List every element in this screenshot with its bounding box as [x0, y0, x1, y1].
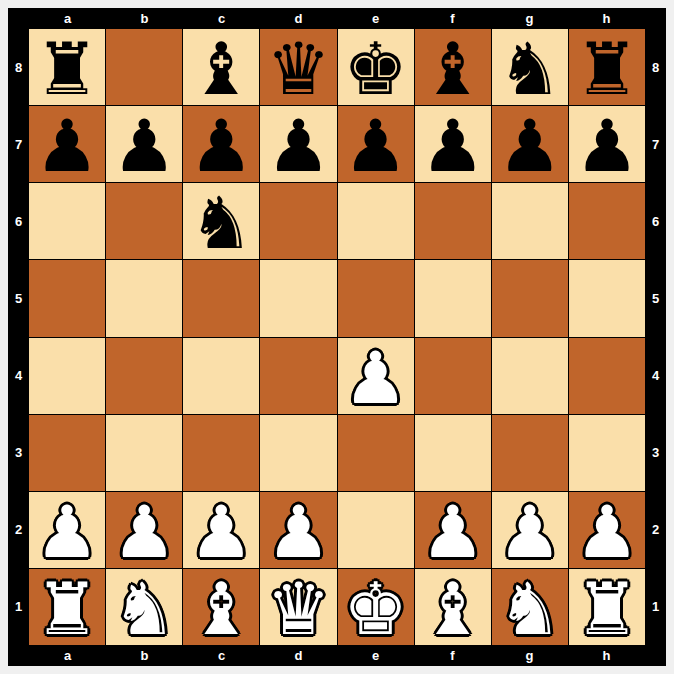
file-label-h-bottom: h	[568, 645, 645, 666]
black-king-e8[interactable]: ♚	[343, 33, 408, 105]
square-a1[interactable]: ♜	[29, 569, 105, 645]
rank-label-4-left: 4	[8, 337, 29, 414]
black-pawn-c7[interactable]: ♟	[189, 110, 254, 182]
square-b3[interactable]	[106, 415, 182, 491]
white-pawn-f2[interactable]: ♟	[420, 496, 485, 568]
square-f8[interactable]: ♝	[415, 29, 491, 105]
square-d3[interactable]	[260, 415, 336, 491]
white-rook-h1[interactable]: ♜	[575, 573, 640, 645]
square-f4[interactable]	[415, 338, 491, 414]
black-rook-h8[interactable]: ♜	[575, 33, 640, 105]
square-f3[interactable]	[415, 415, 491, 491]
square-c7[interactable]: ♟	[183, 106, 259, 182]
square-d5[interactable]	[260, 260, 336, 336]
white-knight-g1[interactable]: ♞	[498, 573, 563, 645]
square-h6[interactable]	[569, 183, 645, 259]
chess-board-frame: abcdefgh 87654321 ♜♝♛♚♝♞♜♟♟♟♟♟♟♟♟♞♟♟♟♟♟♟…	[8, 8, 666, 666]
frame-corner-bottom-left	[8, 645, 29, 666]
file-label-b-bottom: b	[106, 645, 183, 666]
white-pawn-h2[interactable]: ♟	[575, 496, 640, 568]
file-label-d-top: d	[260, 8, 337, 29]
frame-corner-top-left	[8, 8, 29, 29]
square-e8[interactable]: ♚	[338, 29, 414, 105]
file-label-c-bottom: c	[183, 645, 260, 666]
square-e3[interactable]	[338, 415, 414, 491]
square-f7[interactable]: ♟	[415, 106, 491, 182]
square-b7[interactable]: ♟	[106, 106, 182, 182]
file-label-f-top: f	[414, 8, 491, 29]
square-f6[interactable]	[415, 183, 491, 259]
file-labels-bottom: abcdefgh	[29, 645, 645, 666]
black-pawn-f7[interactable]: ♟	[420, 110, 485, 182]
square-h5[interactable]	[569, 260, 645, 336]
square-h8[interactable]: ♜	[569, 29, 645, 105]
black-pawn-a7[interactable]: ♟	[35, 110, 100, 182]
white-bishop-f1[interactable]: ♝	[420, 573, 485, 645]
frame-corner-bottom-right	[645, 645, 666, 666]
square-c8[interactable]: ♝	[183, 29, 259, 105]
rank-label-6-left: 6	[8, 183, 29, 260]
file-label-f-bottom: f	[414, 645, 491, 666]
rank-label-5-left: 5	[8, 260, 29, 337]
square-d4[interactable]	[260, 338, 336, 414]
black-knight-g8[interactable]: ♞	[498, 33, 563, 105]
square-g5[interactable]	[492, 260, 568, 336]
rank-label-4-right: 4	[645, 337, 666, 414]
file-label-b-top: b	[106, 8, 183, 29]
white-pawn-b2[interactable]: ♟	[112, 496, 177, 568]
square-a6[interactable]	[29, 183, 105, 259]
rank-label-7-left: 7	[8, 106, 29, 183]
black-pawn-g7[interactable]: ♟	[498, 110, 563, 182]
black-knight-c6[interactable]: ♞	[189, 187, 254, 259]
square-e7[interactable]: ♟	[338, 106, 414, 182]
white-pawn-d2[interactable]: ♟	[266, 496, 331, 568]
square-g4[interactable]	[492, 338, 568, 414]
square-e1[interactable]: ♚	[338, 569, 414, 645]
square-g7[interactable]: ♟	[492, 106, 568, 182]
rank-label-7-right: 7	[645, 106, 666, 183]
white-pawn-c2[interactable]: ♟	[189, 496, 254, 568]
square-b4[interactable]	[106, 338, 182, 414]
file-label-a-top: a	[29, 8, 106, 29]
square-a5[interactable]	[29, 260, 105, 336]
square-b5[interactable]	[106, 260, 182, 336]
square-d1[interactable]: ♛	[260, 569, 336, 645]
white-pawn-a2[interactable]: ♟	[35, 496, 100, 568]
rank-labels-right: 87654321	[645, 29, 666, 645]
square-b6[interactable]	[106, 183, 182, 259]
square-g2[interactable]: ♟	[492, 492, 568, 568]
rank-labels-left: 87654321	[8, 29, 29, 645]
square-a2[interactable]: ♟	[29, 492, 105, 568]
square-b2[interactable]: ♟	[106, 492, 182, 568]
square-c4[interactable]	[183, 338, 259, 414]
square-h2[interactable]: ♟	[569, 492, 645, 568]
square-d2[interactable]: ♟	[260, 492, 336, 568]
white-knight-b1[interactable]: ♞	[112, 573, 177, 645]
black-pawn-h7[interactable]: ♟	[575, 110, 640, 182]
rank-label-3-left: 3	[8, 414, 29, 491]
square-a8[interactable]: ♜	[29, 29, 105, 105]
square-g3[interactable]	[492, 415, 568, 491]
file-label-g-top: g	[491, 8, 568, 29]
black-queen-d8[interactable]: ♛	[266, 33, 331, 105]
file-label-c-top: c	[183, 8, 260, 29]
square-h1[interactable]: ♜	[569, 569, 645, 645]
black-pawn-e7[interactable]: ♟	[343, 110, 408, 182]
square-a7[interactable]: ♟	[29, 106, 105, 182]
square-c6[interactable]: ♞	[183, 183, 259, 259]
file-labels-top: abcdefgh	[29, 8, 645, 29]
black-rook-a8[interactable]: ♜	[35, 33, 100, 105]
square-e6[interactable]	[338, 183, 414, 259]
rank-label-3-right: 3	[645, 414, 666, 491]
square-f5[interactable]	[415, 260, 491, 336]
rank-label-5-right: 5	[645, 260, 666, 337]
square-g8[interactable]: ♞	[492, 29, 568, 105]
square-a4[interactable]	[29, 338, 105, 414]
rank-label-8-left: 8	[8, 29, 29, 106]
file-label-d-bottom: d	[260, 645, 337, 666]
white-queen-d1[interactable]: ♛	[266, 573, 331, 645]
white-pawn-g2[interactable]: ♟	[498, 496, 563, 568]
square-c3[interactable]	[183, 415, 259, 491]
rank-label-1-right: 1	[645, 568, 666, 645]
square-e4[interactable]: ♟	[338, 338, 414, 414]
white-rook-a1[interactable]: ♜	[35, 573, 100, 645]
square-h7[interactable]: ♟	[569, 106, 645, 182]
file-label-h-top: h	[568, 8, 645, 29]
square-a3[interactable]	[29, 415, 105, 491]
square-c2[interactable]: ♟	[183, 492, 259, 568]
rank-label-2-left: 2	[8, 491, 29, 568]
square-e5[interactable]	[338, 260, 414, 336]
file-label-a-bottom: a	[29, 645, 106, 666]
file-label-e-top: e	[337, 8, 414, 29]
square-f2[interactable]: ♟	[415, 492, 491, 568]
frame-corner-top-right	[645, 8, 666, 29]
rank-label-6-right: 6	[645, 183, 666, 260]
square-b1[interactable]: ♞	[106, 569, 182, 645]
square-f1[interactable]: ♝	[415, 569, 491, 645]
file-label-g-bottom: g	[491, 645, 568, 666]
square-h4[interactable]	[569, 338, 645, 414]
rank-label-8-right: 8	[645, 29, 666, 106]
square-g1[interactable]: ♞	[492, 569, 568, 645]
rank-label-1-left: 1	[8, 568, 29, 645]
chess-board: ♜♝♛♚♝♞♜♟♟♟♟♟♟♟♟♞♟♟♟♟♟♟♟♟♜♞♝♛♚♝♞♜	[29, 29, 645, 645]
black-bishop-f8[interactable]: ♝	[420, 33, 485, 105]
white-pawn-e4[interactable]: ♟	[343, 342, 408, 414]
square-h3[interactable]	[569, 415, 645, 491]
file-label-e-bottom: e	[337, 645, 414, 666]
square-d8[interactable]: ♛	[260, 29, 336, 105]
square-d6[interactable]	[260, 183, 336, 259]
rank-label-2-right: 2	[645, 491, 666, 568]
square-c1[interactable]: ♝	[183, 569, 259, 645]
black-bishop-c8[interactable]: ♝	[189, 33, 254, 105]
white-bishop-c1[interactable]: ♝	[189, 573, 254, 645]
white-king-e1[interactable]: ♚	[343, 573, 408, 645]
square-b8[interactable]	[106, 29, 182, 105]
square-g6[interactable]	[492, 183, 568, 259]
black-pawn-d7[interactable]: ♟	[266, 110, 331, 182]
square-d7[interactable]: ♟	[260, 106, 336, 182]
square-c5[interactable]	[183, 260, 259, 336]
square-e2[interactable]	[338, 492, 414, 568]
black-pawn-b7[interactable]: ♟	[112, 110, 177, 182]
